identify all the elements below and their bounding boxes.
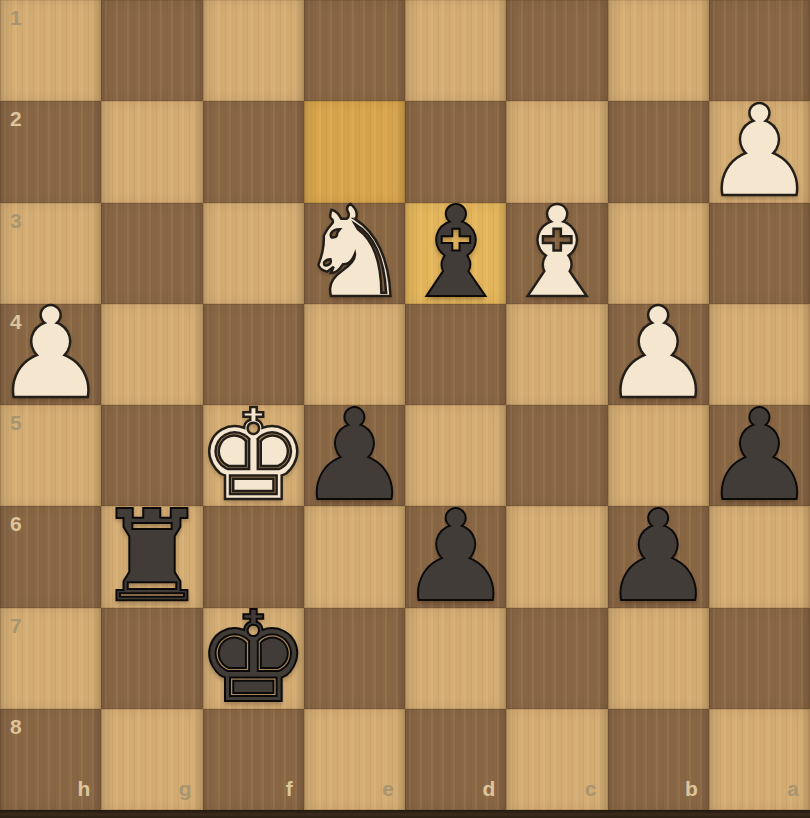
square-e3[interactable]: ♞ — [304, 203, 405, 304]
square-a5[interactable]: ♟ — [709, 405, 810, 506]
square-h6[interactable]: 6 — [0, 506, 101, 607]
black-pawn[interactable]: ♟ — [709, 405, 810, 506]
file-label-d: d — [482, 777, 495, 801]
square-g2[interactable] — [101, 101, 202, 202]
black-bishop[interactable]: ♝ — [405, 203, 506, 304]
square-c1[interactable] — [506, 0, 607, 101]
square-c3[interactable]: ♝ — [506, 203, 607, 304]
square-h8[interactable]: 8h — [0, 709, 101, 810]
square-d8[interactable]: d — [405, 709, 506, 810]
square-f2[interactable] — [203, 101, 304, 202]
square-h1[interactable]: 1 — [0, 0, 101, 101]
black-king[interactable]: ♚ — [203, 608, 304, 709]
square-g6[interactable]: ♜ — [101, 506, 202, 607]
board-grid: 12♟3♞♝♝4♟♟5♚♟♟6♜♟♟7♚8hgfedcba — [0, 0, 810, 810]
white-bishop[interactable]: ♝ — [506, 203, 607, 304]
chess-board: 12♟3♞♝♝4♟♟5♚♟♟6♜♟♟7♚8hgfedcba — [0, 0, 810, 818]
square-c6[interactable] — [506, 506, 607, 607]
square-b6[interactable]: ♟ — [608, 506, 709, 607]
file-label-f: f — [286, 777, 293, 801]
square-h4[interactable]: 4♟ — [0, 304, 101, 405]
square-b2[interactable] — [608, 101, 709, 202]
square-d6[interactable]: ♟ — [405, 506, 506, 607]
square-e5[interactable]: ♟ — [304, 405, 405, 506]
square-g4[interactable] — [101, 304, 202, 405]
rank-label-8: 8 — [10, 715, 22, 739]
square-g8[interactable]: g — [101, 709, 202, 810]
black-pawn[interactable]: ♟ — [304, 405, 405, 506]
square-h2[interactable]: 2 — [0, 101, 101, 202]
black-rook[interactable]: ♜ — [101, 506, 202, 607]
square-c8[interactable]: c — [506, 709, 607, 810]
file-label-g: g — [179, 777, 192, 801]
white-knight[interactable]: ♞ — [304, 203, 405, 304]
square-d1[interactable] — [405, 0, 506, 101]
file-label-a: a — [787, 777, 799, 801]
square-b1[interactable] — [608, 0, 709, 101]
square-d3[interactable]: ♝ — [405, 203, 506, 304]
square-a8[interactable]: a — [709, 709, 810, 810]
square-e7[interactable] — [304, 608, 405, 709]
white-king[interactable]: ♚ — [203, 405, 304, 506]
white-pawn[interactable]: ♟ — [608, 304, 709, 405]
rank-label-6: 6 — [10, 512, 22, 536]
board-bottom-edge — [0, 810, 810, 818]
square-f1[interactable] — [203, 0, 304, 101]
square-c5[interactable] — [506, 405, 607, 506]
square-e1[interactable] — [304, 0, 405, 101]
file-label-c: c — [585, 777, 597, 801]
rank-label-3: 3 — [10, 209, 22, 233]
square-b8[interactable]: b — [608, 709, 709, 810]
black-pawn[interactable]: ♟ — [405, 506, 506, 607]
black-pawn[interactable]: ♟ — [608, 506, 709, 607]
file-label-e: e — [382, 777, 394, 801]
square-f3[interactable] — [203, 203, 304, 304]
square-c7[interactable] — [506, 608, 607, 709]
white-pawn[interactable]: ♟ — [0, 304, 101, 405]
square-g1[interactable] — [101, 0, 202, 101]
square-h7[interactable]: 7 — [0, 608, 101, 709]
square-f5[interactable]: ♚ — [203, 405, 304, 506]
file-label-h: h — [77, 777, 90, 801]
square-a2[interactable]: ♟ — [709, 101, 810, 202]
file-label-b: b — [685, 777, 698, 801]
square-e8[interactable]: e — [304, 709, 405, 810]
rank-label-7: 7 — [10, 614, 22, 638]
rank-label-2: 2 — [10, 107, 22, 131]
rank-label-1: 1 — [10, 6, 22, 30]
square-g3[interactable] — [101, 203, 202, 304]
square-f7[interactable]: ♚ — [203, 608, 304, 709]
square-a7[interactable] — [709, 608, 810, 709]
white-pawn[interactable]: ♟ — [709, 101, 810, 202]
square-b4[interactable]: ♟ — [608, 304, 709, 405]
